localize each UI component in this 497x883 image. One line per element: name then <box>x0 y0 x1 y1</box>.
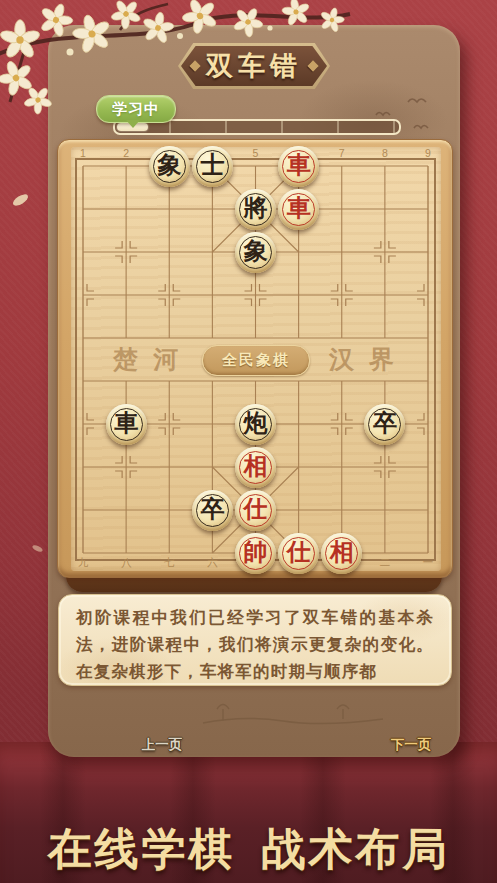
app-screen: 在线学棋 战术布局 双车错 学习中 <box>0 0 497 883</box>
lesson-text: 初阶课程中我们已经学习了双车错的基本杀法，进阶课程中，我们将演示更复杂的变化。在… <box>59 595 451 694</box>
piece-glyph: 卒 <box>200 493 224 525</box>
piece-glyph: 相 <box>330 536 354 568</box>
piece-red-chariot[interactable]: 車 <box>278 146 319 187</box>
piece-red-general[interactable]: 帥 <box>235 533 276 574</box>
piece-glyph: 車 <box>287 192 311 224</box>
diamond-ornament-icon <box>307 60 318 71</box>
piece-red-advisor[interactable]: 仕 <box>235 490 276 531</box>
piece-red-elephant[interactable]: 相 <box>321 533 362 574</box>
lesson-text-box: 初阶课程中我们已经学习了双车错的基本杀法，进阶课程中，我们将演示更复杂的变化。在… <box>58 594 452 686</box>
lesson-title-inner: 双车错 <box>181 46 327 86</box>
learning-status-badge: 学习中 <box>96 95 176 123</box>
next-page-label[interactable]: 下一页 <box>366 736 456 754</box>
piece-red-elephant[interactable]: 相 <box>235 447 276 488</box>
piece-black-elephant[interactable]: 象 <box>149 146 190 187</box>
pieces-layer: 象士車將車象車炮卒相卒仕帥仕相 <box>61 145 449 575</box>
piece-black-elephant[interactable]: 象 <box>235 232 276 273</box>
petal-decoration <box>11 192 30 208</box>
piece-black-chariot[interactable]: 車 <box>106 404 147 445</box>
piece-glyph: 象 <box>244 235 268 267</box>
piece-black-general[interactable]: 將 <box>235 189 276 230</box>
piece-glyph: 卒 <box>373 407 397 439</box>
footer-curtain: 在线学棋 战术布局 <box>0 742 497 883</box>
piece-glyph: 車 <box>114 407 138 439</box>
xiangqi-board[interactable]: 123456789 九八七六五四三二一 楚河 汉界 全民象棋 象士車將車象車炮卒… <box>71 147 441 571</box>
prev-page-label[interactable]: 上一页 <box>117 736 207 754</box>
piece-glyph: 仕 <box>287 536 311 568</box>
board-frame: 123456789 九八七六五四三二一 楚河 汉界 全民象棋 象士車將車象車炮卒… <box>57 139 453 578</box>
lesson-title-banner: 双车错 <box>178 43 330 89</box>
piece-glyph: 象 <box>157 149 181 181</box>
piece-glyph: 士 <box>200 149 224 181</box>
footer-slogan: 在线学棋 战术布局 <box>0 820 497 879</box>
piece-glyph: 將 <box>244 192 268 224</box>
piece-black-advisor[interactable]: 士 <box>192 146 233 187</box>
piece-black-cannon[interactable]: 炮 <box>235 404 276 445</box>
piece-glyph: 炮 <box>244 407 268 439</box>
piece-red-advisor[interactable]: 仕 <box>278 533 319 574</box>
petal-decoration <box>31 544 43 553</box>
lesson-title: 双车错 <box>206 48 302 84</box>
piece-glyph: 仕 <box>244 493 268 525</box>
badge-tail <box>126 120 140 128</box>
piece-black-pawn[interactable]: 卒 <box>364 404 405 445</box>
piece-black-pawn[interactable]: 卒 <box>192 490 233 531</box>
piece-glyph: 相 <box>244 450 268 482</box>
piece-glyph: 帥 <box>244 536 268 568</box>
learning-status-text: 学习中 <box>112 100 160 119</box>
diamond-ornament-icon <box>189 60 200 71</box>
piece-glyph: 車 <box>287 149 311 181</box>
piece-red-chariot[interactable]: 車 <box>278 189 319 230</box>
